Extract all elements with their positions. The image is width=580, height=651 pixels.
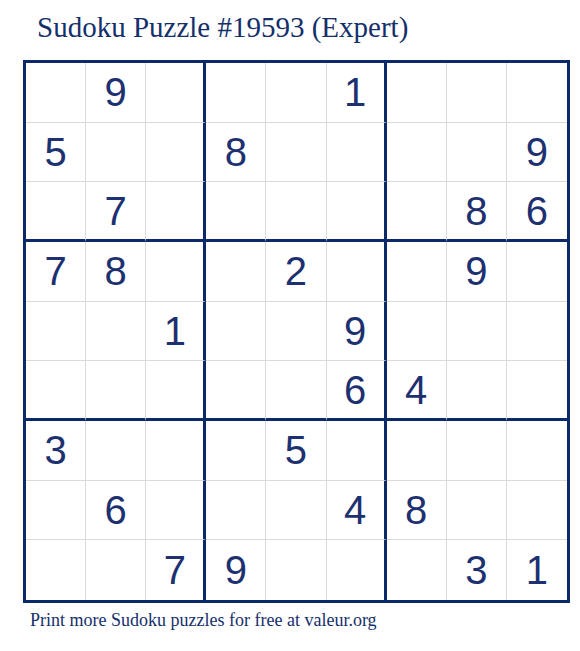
cell-r1c8 — [447, 63, 507, 123]
cell-r1c7 — [387, 63, 447, 123]
cell-r4c7 — [387, 242, 447, 302]
cell-r7c7 — [387, 421, 447, 481]
cell-r2c4: 8 — [206, 123, 266, 183]
cell-r7c2 — [86, 421, 146, 481]
cell-r9c7 — [387, 540, 447, 600]
cell-r8c1 — [26, 481, 86, 541]
cell-r4c4 — [206, 242, 266, 302]
cell-r6c9 — [507, 361, 567, 421]
cell-r6c1 — [26, 361, 86, 421]
cell-r5c7 — [387, 302, 447, 362]
cell-r6c8 — [447, 361, 507, 421]
cell-r3c6 — [327, 182, 387, 242]
cell-r4c2: 8 — [86, 242, 146, 302]
cell-r1c9 — [507, 63, 567, 123]
cell-r3c5 — [266, 182, 326, 242]
cell-r6c4 — [206, 361, 266, 421]
cell-r1c5 — [266, 63, 326, 123]
cell-r9c2 — [86, 540, 146, 600]
cell-r3c1 — [26, 182, 86, 242]
cell-r6c5 — [266, 361, 326, 421]
cell-r6c3 — [146, 361, 206, 421]
cell-r2c5 — [266, 123, 326, 183]
cell-r9c3: 7 — [146, 540, 206, 600]
cell-r3c4 — [206, 182, 266, 242]
cell-r7c1: 3 — [26, 421, 86, 481]
cell-r8c9 — [507, 481, 567, 541]
cell-r2c3 — [146, 123, 206, 183]
sudoku-page: Sudoku Puzzle #19593 (Expert) 9158978678… — [0, 0, 580, 651]
cell-r3c8: 8 — [447, 182, 507, 242]
cell-r9c6 — [327, 540, 387, 600]
cell-r5c5 — [266, 302, 326, 362]
cell-r9c5 — [266, 540, 326, 600]
cell-r4c5: 2 — [266, 242, 326, 302]
cell-r2c1: 5 — [26, 123, 86, 183]
sudoku-board: 9158978678291964356487931 — [23, 60, 570, 603]
footer-note: Print more Sudoku puzzles for free at va… — [30, 610, 377, 631]
cell-r8c3 — [146, 481, 206, 541]
cell-r3c2: 7 — [86, 182, 146, 242]
cell-r3c9: 6 — [507, 182, 567, 242]
cell-r2c8 — [447, 123, 507, 183]
cell-r5c8 — [447, 302, 507, 362]
cell-r5c3: 1 — [146, 302, 206, 362]
cell-r7c3 — [146, 421, 206, 481]
cell-r3c3 — [146, 182, 206, 242]
cell-r9c4: 9 — [206, 540, 266, 600]
cell-r9c9: 1 — [507, 540, 567, 600]
cell-r4c3 — [146, 242, 206, 302]
cell-r8c5 — [266, 481, 326, 541]
cell-r8c7: 8 — [387, 481, 447, 541]
cell-r7c6 — [327, 421, 387, 481]
cell-r6c2 — [86, 361, 146, 421]
cell-r7c9 — [507, 421, 567, 481]
cell-r1c2: 9 — [86, 63, 146, 123]
cell-r5c6: 9 — [327, 302, 387, 362]
cell-r2c6 — [327, 123, 387, 183]
cell-r4c9 — [507, 242, 567, 302]
cell-r9c8: 3 — [447, 540, 507, 600]
cell-r4c8: 9 — [447, 242, 507, 302]
cell-r2c7 — [387, 123, 447, 183]
cell-r9c1 — [26, 540, 86, 600]
cell-r8c2: 6 — [86, 481, 146, 541]
cell-r7c5: 5 — [266, 421, 326, 481]
cell-r1c6: 1 — [327, 63, 387, 123]
cell-r7c8 — [447, 421, 507, 481]
cell-r2c2 — [86, 123, 146, 183]
cell-r8c4 — [206, 481, 266, 541]
cell-r1c3 — [146, 63, 206, 123]
cell-r1c1 — [26, 63, 86, 123]
cell-r5c2 — [86, 302, 146, 362]
cell-r5c9 — [507, 302, 567, 362]
cell-r5c1 — [26, 302, 86, 362]
cell-r6c7: 4 — [387, 361, 447, 421]
cell-r3c7 — [387, 182, 447, 242]
puzzle-title: Sudoku Puzzle #19593 (Expert) — [37, 11, 408, 44]
cell-r6c6: 6 — [327, 361, 387, 421]
cell-r7c4 — [206, 421, 266, 481]
cell-r4c6 — [327, 242, 387, 302]
cell-r4c1: 7 — [26, 242, 86, 302]
cell-r1c4 — [206, 63, 266, 123]
cell-r5c4 — [206, 302, 266, 362]
cell-r8c6: 4 — [327, 481, 387, 541]
cell-r2c9: 9 — [507, 123, 567, 183]
cell-r8c8 — [447, 481, 507, 541]
